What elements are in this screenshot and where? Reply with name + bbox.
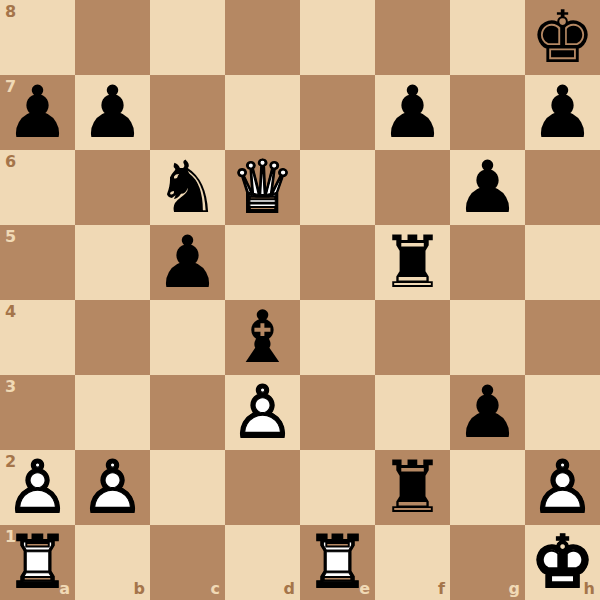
- square-g5[interactable]: [450, 225, 525, 300]
- white-pawn[interactable]: ♟︎♙︎: [75, 450, 150, 525]
- square-g1[interactable]: g: [450, 525, 525, 600]
- file-label-g: g: [509, 581, 520, 597]
- square-c6[interactable]: ♞︎: [150, 150, 225, 225]
- square-e6[interactable]: [300, 150, 375, 225]
- square-e3[interactable]: [300, 375, 375, 450]
- black-bishop[interactable]: ♝︎: [225, 300, 300, 375]
- white-pawn[interactable]: ♟︎♙︎: [525, 450, 600, 525]
- square-e4[interactable]: [300, 300, 375, 375]
- square-b1[interactable]: b: [75, 525, 150, 600]
- square-d1[interactable]: d: [225, 525, 300, 600]
- square-g3[interactable]: ♟︎: [450, 375, 525, 450]
- square-e5[interactable]: [300, 225, 375, 300]
- square-h3[interactable]: [525, 375, 600, 450]
- square-f5[interactable]: ♜︎: [375, 225, 450, 300]
- square-d4[interactable]: ♝︎: [225, 300, 300, 375]
- black-pawn[interactable]: ♟︎: [75, 75, 150, 150]
- black-pawn[interactable]: ♟︎: [525, 75, 600, 150]
- square-c8[interactable]: [150, 0, 225, 75]
- black-knight[interactable]: ♞︎: [150, 150, 225, 225]
- square-g4[interactable]: [450, 300, 525, 375]
- square-d3[interactable]: ♟︎♙︎: [225, 375, 300, 450]
- square-b7[interactable]: ♟︎: [75, 75, 150, 150]
- square-c2[interactable]: [150, 450, 225, 525]
- chess-board: 8♚︎7♟︎♟︎♟︎♟︎6♞︎♛︎♕︎♟︎5♟︎♜︎4♝︎3♟︎♙︎♟︎2♟︎♙…: [0, 0, 600, 600]
- white-rook[interactable]: ♜︎♖︎: [300, 525, 375, 600]
- file-label-c: c: [211, 581, 220, 597]
- square-f3[interactable]: [375, 375, 450, 450]
- rank-label-4: 4: [5, 304, 16, 320]
- black-pawn[interactable]: ♟︎: [450, 375, 525, 450]
- black-pawn[interactable]: ♟︎: [0, 75, 75, 150]
- square-e7[interactable]: [300, 75, 375, 150]
- black-pawn[interactable]: ♟︎: [375, 75, 450, 150]
- square-a7[interactable]: 7♟︎: [0, 75, 75, 150]
- square-g6[interactable]: ♟︎: [450, 150, 525, 225]
- square-d8[interactable]: [225, 0, 300, 75]
- square-a4[interactable]: 4: [0, 300, 75, 375]
- square-e8[interactable]: [300, 0, 375, 75]
- square-a3[interactable]: 3: [0, 375, 75, 450]
- square-h5[interactable]: [525, 225, 600, 300]
- square-b3[interactable]: [75, 375, 150, 450]
- white-pawn[interactable]: ♟︎♙︎: [0, 450, 75, 525]
- square-b5[interactable]: [75, 225, 150, 300]
- rank-label-3: 3: [5, 379, 16, 395]
- square-c7[interactable]: [150, 75, 225, 150]
- square-g8[interactable]: [450, 0, 525, 75]
- square-d7[interactable]: [225, 75, 300, 150]
- square-f4[interactable]: [375, 300, 450, 375]
- square-g2[interactable]: [450, 450, 525, 525]
- rank-label-8: 8: [5, 4, 16, 20]
- white-queen[interactable]: ♛︎♕︎: [225, 150, 300, 225]
- square-f8[interactable]: [375, 0, 450, 75]
- square-b6[interactable]: [75, 150, 150, 225]
- square-c1[interactable]: c: [150, 525, 225, 600]
- square-c4[interactable]: [150, 300, 225, 375]
- rank-label-6: 6: [5, 154, 16, 170]
- white-pawn[interactable]: ♟︎♙︎: [225, 375, 300, 450]
- file-label-f: f: [438, 581, 445, 597]
- square-a6[interactable]: 6: [0, 150, 75, 225]
- square-d6[interactable]: ♛︎♕︎: [225, 150, 300, 225]
- square-b4[interactable]: [75, 300, 150, 375]
- square-f6[interactable]: [375, 150, 450, 225]
- square-d5[interactable]: [225, 225, 300, 300]
- square-h6[interactable]: [525, 150, 600, 225]
- square-h1[interactable]: h♚︎♔︎: [525, 525, 600, 600]
- square-a5[interactable]: 5: [0, 225, 75, 300]
- black-king[interactable]: ♚︎: [525, 0, 600, 75]
- square-b2[interactable]: ♟︎♙︎: [75, 450, 150, 525]
- square-h4[interactable]: [525, 300, 600, 375]
- square-h8[interactable]: ♚︎: [525, 0, 600, 75]
- black-rook[interactable]: ♜︎: [375, 225, 450, 300]
- white-king[interactable]: ♚︎♔︎: [525, 525, 600, 600]
- black-rook[interactable]: ♜︎: [375, 450, 450, 525]
- square-g7[interactable]: [450, 75, 525, 150]
- square-a2[interactable]: 2♟︎♙︎: [0, 450, 75, 525]
- square-f2[interactable]: ♜︎: [375, 450, 450, 525]
- square-a8[interactable]: 8: [0, 0, 75, 75]
- black-pawn[interactable]: ♟︎: [150, 225, 225, 300]
- square-f1[interactable]: f: [375, 525, 450, 600]
- square-d2[interactable]: [225, 450, 300, 525]
- square-f7[interactable]: ♟︎: [375, 75, 450, 150]
- square-e1[interactable]: e♜︎♖︎: [300, 525, 375, 600]
- black-pawn[interactable]: ♟︎: [450, 150, 525, 225]
- square-a1[interactable]: 1a♜︎♖︎: [0, 525, 75, 600]
- square-e2[interactable]: [300, 450, 375, 525]
- square-c3[interactable]: [150, 375, 225, 450]
- white-rook[interactable]: ♜︎♖︎: [0, 525, 75, 600]
- square-h7[interactable]: ♟︎: [525, 75, 600, 150]
- file-label-b: b: [134, 581, 145, 597]
- file-label-d: d: [284, 581, 295, 597]
- square-h2[interactable]: ♟︎♙︎: [525, 450, 600, 525]
- square-b8[interactable]: [75, 0, 150, 75]
- rank-label-5: 5: [5, 229, 16, 245]
- square-c5[interactable]: ♟︎: [150, 225, 225, 300]
